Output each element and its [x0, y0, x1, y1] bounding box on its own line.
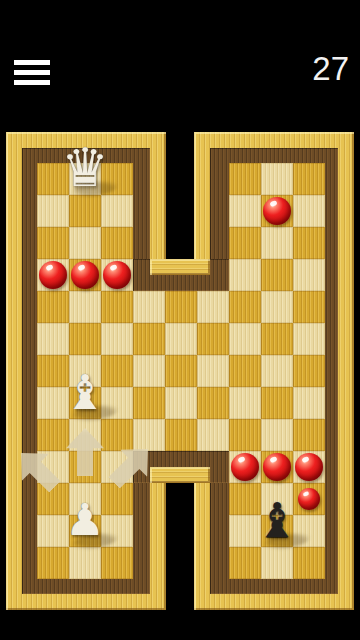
- hamburger-bar: [14, 80, 50, 85]
- board-square[interactable]: [133, 291, 165, 323]
- board-square[interactable]: [261, 163, 293, 195]
- board-square[interactable]: [229, 227, 261, 259]
- apple: [71, 261, 99, 289]
- board-square[interactable]: [293, 547, 325, 579]
- board-square[interactable]: [37, 291, 69, 323]
- board-square[interactable]: [165, 323, 197, 355]
- board-square[interactable]: [69, 323, 101, 355]
- board-square[interactable]: [197, 323, 229, 355]
- board-square[interactable]: [261, 323, 293, 355]
- board-square[interactable]: [165, 355, 197, 387]
- board-square[interactable]: [133, 355, 165, 387]
- board-square[interactable]: [229, 323, 261, 355]
- board-square[interactable]: [101, 227, 133, 259]
- board-square[interactable]: [293, 355, 325, 387]
- board-square[interactable]: [69, 547, 101, 579]
- board-square[interactable]: [293, 227, 325, 259]
- board-square[interactable]: [165, 419, 197, 451]
- board-square[interactable]: [165, 291, 197, 323]
- board-square[interactable]: [261, 419, 293, 451]
- board-square[interactable]: [69, 195, 101, 227]
- menu-button hamburger-icon[interactable]: [14, 60, 50, 85]
- board-square[interactable]: [101, 547, 133, 579]
- apple: [263, 453, 291, 481]
- apple: [103, 261, 131, 289]
- board-square[interactable]: [261, 291, 293, 323]
- board-square[interactable]: [293, 195, 325, 227]
- board-square[interactable]: [293, 419, 325, 451]
- hamburger-bar: [14, 70, 50, 75]
- board-square[interactable]: [293, 387, 325, 419]
- board-square[interactable]: [229, 195, 261, 227]
- board-square[interactable]: [165, 387, 197, 419]
- apple: [39, 261, 67, 289]
- apple: [231, 453, 259, 481]
- board-square[interactable]: [229, 163, 261, 195]
- board-square[interactable]: [261, 259, 293, 291]
- hamburger-bar: [14, 60, 50, 65]
- board-square[interactable]: [101, 291, 133, 323]
- board-square[interactable]: [197, 419, 229, 451]
- board-square[interactable]: [261, 355, 293, 387]
- board-square[interactable]: [293, 291, 325, 323]
- board-frame-bottom-notch: [150, 467, 210, 483]
- board-square[interactable]: [101, 195, 133, 227]
- board-square[interactable]: [133, 419, 165, 451]
- board-square[interactable]: [293, 259, 325, 291]
- move-counter: 27: [312, 50, 349, 88]
- board-frame-top-notch: [150, 259, 210, 275]
- board-square[interactable]: [37, 227, 69, 259]
- board-square[interactable]: [37, 419, 69, 451]
- board-square[interactable]: [229, 547, 261, 579]
- apple: [295, 453, 323, 481]
- white-queen[interactable]: ♛: [57, 139, 113, 199]
- board-square[interactable]: [229, 355, 261, 387]
- board-square[interactable]: [261, 227, 293, 259]
- board-square[interactable]: [261, 387, 293, 419]
- board-square[interactable]: [197, 387, 229, 419]
- board-square[interactable]: [101, 323, 133, 355]
- black-bishop[interactable]: ♝: [249, 491, 305, 551]
- apple: [263, 197, 291, 225]
- board-square[interactable]: [133, 387, 165, 419]
- board-square[interactable]: [229, 419, 261, 451]
- app-screen: 27 ♛♝♟♝: [0, 0, 360, 640]
- board-square[interactable]: [261, 547, 293, 579]
- board-square[interactable]: [133, 323, 165, 355]
- board-square[interactable]: [229, 387, 261, 419]
- board-square[interactable]: [229, 259, 261, 291]
- board-square[interactable]: [69, 227, 101, 259]
- board-square[interactable]: [197, 291, 229, 323]
- board-square[interactable]: [37, 195, 69, 227]
- board-square[interactable]: [229, 291, 261, 323]
- board-square[interactable]: [37, 547, 69, 579]
- board-square[interactable]: [37, 323, 69, 355]
- white-bishop[interactable]: ♝: [57, 363, 113, 423]
- board-square[interactable]: [293, 323, 325, 355]
- white-pawn[interactable]: ♟: [57, 491, 113, 551]
- board-square[interactable]: [101, 419, 133, 451]
- board-square[interactable]: [293, 163, 325, 195]
- board-square[interactable]: [69, 291, 101, 323]
- board-square[interactable]: [197, 355, 229, 387]
